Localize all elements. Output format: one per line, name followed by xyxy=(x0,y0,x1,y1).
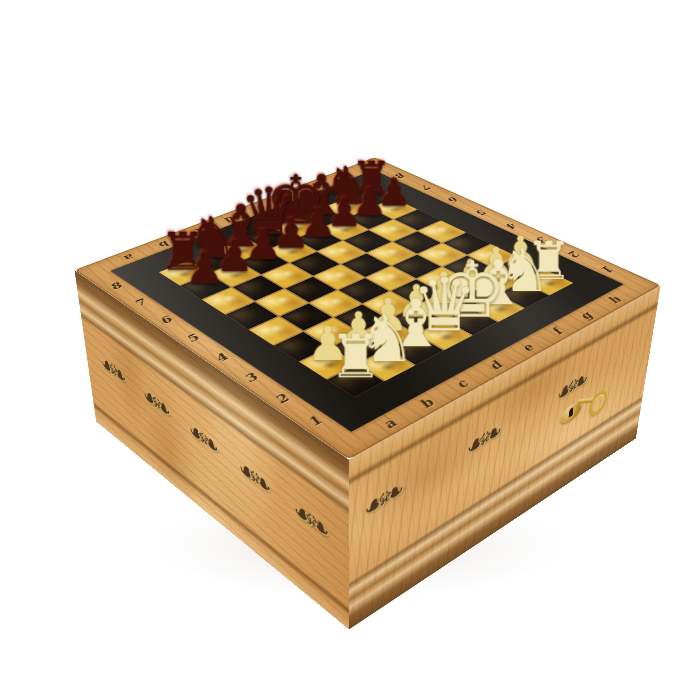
product-photo-canvas: abcdefgh abcdefgh 12345678 12345678 ♜♞♝♛… xyxy=(0,0,700,700)
rank-label-3: 3 xyxy=(241,372,261,384)
file-label-h: h xyxy=(605,295,624,305)
piece-black-pawn: ♟ xyxy=(160,248,251,291)
file-label-a: a xyxy=(379,418,400,431)
rank-label-far-6: 6 xyxy=(445,196,461,203)
rank-label-4: 4 xyxy=(212,352,231,363)
scene: abcdefgh abcdefgh 12345678 12345678 ♜♞♝♛… xyxy=(0,0,700,700)
rank-label-7: 7 xyxy=(132,298,150,308)
piece-white-rook: ♜ xyxy=(304,326,407,386)
floral-inlay-icon: ☙❧ xyxy=(100,349,125,390)
rank-label-far-5: 5 xyxy=(473,208,489,215)
keyhole-escutcheon xyxy=(560,398,583,427)
lock-assembly xyxy=(557,369,617,444)
floral-inlay-icon: ☙❧ xyxy=(188,415,216,460)
floral-inlay-icon: ☙❧ xyxy=(293,494,325,544)
square-h5 xyxy=(419,221,465,242)
file-label-f: f xyxy=(549,327,566,336)
rank-label-far-1: 1 xyxy=(598,264,616,273)
file-label-g: g xyxy=(576,311,596,321)
rank-label-6: 6 xyxy=(157,316,175,326)
square-a1: ♜ xyxy=(327,365,383,397)
file-label-e: e xyxy=(518,343,537,353)
rank-label-1: 1 xyxy=(304,415,325,428)
file-label-c: c xyxy=(452,378,472,389)
floral-inlay-icon: ☙❧ xyxy=(555,366,586,409)
rank-label-5: 5 xyxy=(184,334,203,345)
floral-inlay-icon: ☙❧ xyxy=(466,417,500,463)
floral-inlay-icon: ☙❧ xyxy=(142,380,169,423)
key-bow xyxy=(586,390,610,416)
rank-label-2: 2 xyxy=(272,393,293,405)
keyhole-icon xyxy=(569,407,574,418)
chessboard-box: abcdefgh abcdefgh 12345678 12345678 ♜♞♝♛… xyxy=(74,157,660,459)
file-label-b: b xyxy=(416,397,437,409)
key-shaft xyxy=(577,398,594,404)
file-label-far-a: a xyxy=(121,253,137,261)
rank-label-8: 8 xyxy=(107,282,124,291)
key-icon xyxy=(571,386,612,420)
floral-inlay-icon: ☙❧ xyxy=(238,453,268,501)
floral-inlay-icon: ☙❧ xyxy=(364,475,401,524)
file-label-d: d xyxy=(485,360,506,371)
